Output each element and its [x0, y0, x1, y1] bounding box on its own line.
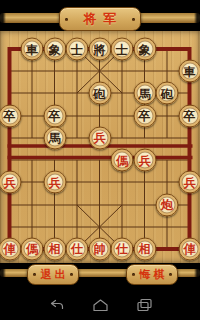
piece-red-general[interactable]: 帥: [88, 237, 111, 260]
piece-black-elephant-b[interactable]: 象: [133, 38, 156, 61]
check-banner: 将军: [59, 7, 141, 31]
home-icon[interactable]: [92, 298, 109, 312]
check-banner-label: 将军: [77, 10, 124, 28]
app-screen: 将军 車象士將士象車砲馬砲卒卒卒卒馬兵傌兵兵兵兵炮俥傌相仕帥仕相俥 退出: [0, 0, 200, 320]
piece-black-chariot-b[interactable]: 車: [178, 60, 200, 83]
piece-black-general[interactable]: 將: [88, 38, 111, 61]
exit-button[interactable]: 退出: [27, 264, 79, 285]
android-nav-bar: [0, 290, 200, 320]
recents-icon[interactable]: [136, 298, 153, 312]
back-icon[interactable]: [48, 298, 65, 312]
piece-red-chariot-b[interactable]: 俥: [178, 237, 200, 260]
undo-button-label: 悔棋: [137, 267, 168, 282]
piece-red-horse-a[interactable]: 傌: [21, 237, 44, 260]
piece-red-pawn-5[interactable]: 兵: [178, 171, 200, 194]
piece-black-horse-a[interactable]: 馬: [43, 126, 66, 149]
piece-red-elephant-b[interactable]: 相: [133, 237, 156, 260]
piece-red-horse-b[interactable]: 傌: [111, 149, 134, 172]
piece-black-cannon-a[interactable]: 砲: [88, 82, 111, 105]
xiangqi-board[interactable]: 車象士將士象車砲馬砲卒卒卒卒馬兵傌兵兵兵兵炮俥傌相仕帥仕相俥: [0, 31, 200, 263]
undo-move-button[interactable]: 悔棋: [126, 264, 178, 285]
piece-red-pawn-2[interactable]: 兵: [43, 171, 66, 194]
piece-red-cannon-b[interactable]: 炮: [156, 193, 179, 216]
piece-black-pawn-2[interactable]: 卒: [43, 104, 66, 127]
exit-button-label: 退出: [38, 267, 69, 282]
piece-black-advisor-a[interactable]: 士: [66, 38, 89, 61]
piece-black-pawn-5[interactable]: 卒: [178, 104, 200, 127]
piece-red-advisor-a[interactable]: 仕: [66, 237, 89, 260]
piece-black-chariot-a[interactable]: 車: [21, 38, 44, 61]
piece-red-pawn-4[interactable]: 兵: [133, 149, 156, 172]
piece-red-elephant-a[interactable]: 相: [43, 237, 66, 260]
piece-black-pawn-4[interactable]: 卒: [133, 104, 156, 127]
piece-black-horse-b[interactable]: 馬: [133, 82, 156, 105]
piece-black-advisor-b[interactable]: 士: [111, 38, 134, 61]
piece-black-elephant-a[interactable]: 象: [43, 38, 66, 61]
piece-black-cannon-b[interactable]: 砲: [156, 82, 179, 105]
piece-red-advisor-b[interactable]: 仕: [111, 237, 134, 260]
piece-red-pawn-3[interactable]: 兵: [88, 126, 111, 149]
